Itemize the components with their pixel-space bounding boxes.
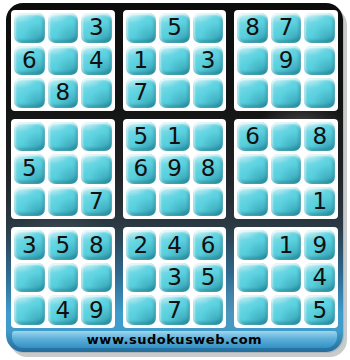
cell-r9c6[interactable]: [193, 295, 224, 325]
cell-r8c8[interactable]: [271, 263, 302, 293]
cell-r2c5[interactable]: [159, 46, 190, 76]
cell-r5c6[interactable]: 8: [193, 154, 224, 184]
website-link[interactable]: www.sudokusweb.com: [87, 332, 262, 347]
cell-r6c2[interactable]: [48, 187, 79, 217]
cell-r2c9[interactable]: [304, 46, 335, 76]
cell-r8c4[interactable]: [126, 263, 157, 293]
cell-r7c1[interactable]: 3: [14, 230, 45, 260]
cell-r8c6[interactable]: 5: [193, 263, 224, 293]
cell-r2c3[interactable]: 4: [81, 46, 112, 76]
box-1: 3648: [11, 10, 115, 111]
cell-r8c3[interactable]: [81, 263, 112, 293]
cell-r2c6[interactable]: 3: [193, 46, 224, 76]
cell-r6c7[interactable]: [237, 187, 268, 217]
box-3: 879: [234, 10, 338, 111]
cell-r6c9[interactable]: 1: [304, 187, 335, 217]
cell-r6c5[interactable]: [159, 187, 190, 217]
cell-r9c5[interactable]: 7: [159, 295, 190, 325]
cell-r7c8[interactable]: 1: [271, 230, 302, 260]
cell-r1c6[interactable]: [193, 13, 224, 43]
cell-r2c8[interactable]: 9: [271, 46, 302, 76]
cell-r3c1[interactable]: [14, 78, 45, 108]
cell-r5c7[interactable]: [237, 154, 268, 184]
cell-r8c7[interactable]: [237, 263, 268, 293]
cell-r3c4[interactable]: 7: [126, 78, 157, 108]
cell-r6c6[interactable]: [193, 187, 224, 217]
box-2: 5137: [123, 10, 227, 111]
box-9: 1945: [234, 227, 338, 328]
footer-band: www.sudokusweb.com: [12, 331, 337, 348]
cell-r7c3[interactable]: 8: [81, 230, 112, 260]
cell-r8c5[interactable]: 3: [159, 263, 190, 293]
cell-r4c7[interactable]: 6: [237, 122, 268, 152]
cell-r6c4[interactable]: [126, 187, 157, 217]
cell-r6c3[interactable]: 7: [81, 187, 112, 217]
cell-r1c5[interactable]: 5: [159, 13, 190, 43]
cell-r9c3[interactable]: 9: [81, 295, 112, 325]
cell-r1c2[interactable]: [48, 13, 79, 43]
sudoku-board: 3648 5137 879 57 51698 681 35849 246357 …: [6, 3, 343, 352]
cell-r1c8[interactable]: 7: [271, 13, 302, 43]
cell-r8c9[interactable]: 4: [304, 263, 335, 293]
cell-r1c3[interactable]: 3: [81, 13, 112, 43]
cell-r4c5[interactable]: 1: [159, 122, 190, 152]
cell-r2c4[interactable]: 1: [126, 46, 157, 76]
cell-r5c1[interactable]: 5: [14, 154, 45, 184]
cell-r4c8[interactable]: [271, 122, 302, 152]
cell-r3c6[interactable]: [193, 78, 224, 108]
sudoku-grid: 3648 5137 879 57 51698 681 35849 246357 …: [11, 10, 338, 328]
cell-r7c9[interactable]: 9: [304, 230, 335, 260]
cell-r3c3[interactable]: [81, 78, 112, 108]
cell-r7c7[interactable]: [237, 230, 268, 260]
cell-r7c5[interactable]: 4: [159, 230, 190, 260]
cell-r7c2[interactable]: 5: [48, 230, 79, 260]
cell-r1c4[interactable]: [126, 13, 157, 43]
cell-r4c6[interactable]: [193, 122, 224, 152]
cell-r5c3[interactable]: [81, 154, 112, 184]
cell-r1c9[interactable]: [304, 13, 335, 43]
cell-r5c4[interactable]: 6: [126, 154, 157, 184]
cell-r2c1[interactable]: 6: [14, 46, 45, 76]
cell-r2c2[interactable]: [48, 46, 79, 76]
cell-r4c3[interactable]: [81, 122, 112, 152]
cell-r7c6[interactable]: 6: [193, 230, 224, 260]
cell-r3c7[interactable]: [237, 78, 268, 108]
cell-r6c1[interactable]: [14, 187, 45, 217]
cell-r4c2[interactable]: [48, 122, 79, 152]
cell-r2c7[interactable]: [237, 46, 268, 76]
cell-r9c4[interactable]: [126, 295, 157, 325]
box-8: 246357: [123, 227, 227, 328]
cell-r9c8[interactable]: [271, 295, 302, 325]
cell-r5c9[interactable]: [304, 154, 335, 184]
cell-r5c5[interactable]: 9: [159, 154, 190, 184]
cell-r4c4[interactable]: 5: [126, 122, 157, 152]
box-4: 57: [11, 119, 115, 220]
cell-r4c9[interactable]: 8: [304, 122, 335, 152]
cell-r7c4[interactable]: 2: [126, 230, 157, 260]
cell-r1c1[interactable]: [14, 13, 45, 43]
cell-r9c7[interactable]: [237, 295, 268, 325]
cell-r4c1[interactable]: [14, 122, 45, 152]
cell-r1c7[interactable]: 8: [237, 13, 268, 43]
cell-r8c1[interactable]: [14, 263, 45, 293]
cell-r3c2[interactable]: 8: [48, 78, 79, 108]
cell-r9c9[interactable]: 5: [304, 295, 335, 325]
cell-r3c8[interactable]: [271, 78, 302, 108]
box-7: 35849: [11, 227, 115, 328]
cell-r9c2[interactable]: 4: [48, 295, 79, 325]
cell-r3c5[interactable]: [159, 78, 190, 108]
cell-r3c9[interactable]: [304, 78, 335, 108]
cell-r5c8[interactable]: [271, 154, 302, 184]
box-6: 681: [234, 119, 338, 220]
box-5: 51698: [123, 119, 227, 220]
cell-r6c8[interactable]: [271, 187, 302, 217]
cell-r5c2[interactable]: [48, 154, 79, 184]
cell-r9c1[interactable]: [14, 295, 45, 325]
cell-r8c2[interactable]: [48, 263, 79, 293]
